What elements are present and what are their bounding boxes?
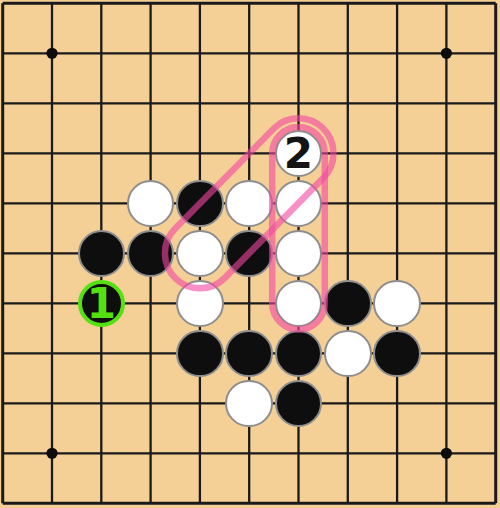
stone-white <box>176 280 224 328</box>
stone-black <box>373 330 421 378</box>
stone-white <box>324 330 372 378</box>
stone-black: 1 <box>78 280 126 328</box>
stone-white <box>275 280 323 328</box>
move-number-label: 2 <box>284 133 313 175</box>
stone-white <box>275 180 323 228</box>
stone-black <box>225 330 273 378</box>
stone-white: 2 <box>275 130 323 178</box>
stone-black <box>176 330 224 378</box>
stone-white <box>127 180 175 228</box>
stone-black <box>176 180 224 228</box>
stone-black <box>127 230 175 278</box>
stone-black <box>275 330 323 378</box>
stone-white <box>373 280 421 328</box>
go-board[interactable]: 21 <box>0 0 500 508</box>
stone-grid[interactable]: 21 <box>0 0 500 508</box>
stone-black <box>324 280 372 328</box>
stone-white <box>176 230 224 278</box>
stone-white <box>275 230 323 278</box>
move-number-label: 1 <box>87 283 116 325</box>
stone-white <box>225 380 273 428</box>
stone-black <box>78 230 126 278</box>
stone-black <box>225 230 273 278</box>
stone-black <box>275 380 323 428</box>
stone-white <box>225 180 273 228</box>
